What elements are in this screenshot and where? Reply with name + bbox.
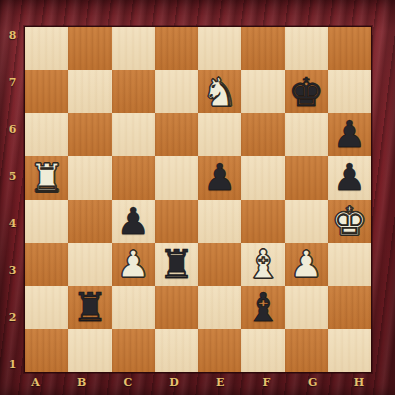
square-d6[interactable]	[155, 113, 198, 156]
square-c6[interactable]	[112, 113, 155, 156]
rank-label-2: 2	[0, 311, 25, 325]
square-e7[interactable]: ♞	[198, 70, 241, 113]
square-f6[interactable]	[241, 113, 284, 156]
square-b5[interactable]	[68, 156, 111, 199]
square-c5[interactable]	[112, 156, 155, 199]
square-h6[interactable]: ♟	[328, 113, 371, 156]
square-h3[interactable]	[328, 243, 371, 286]
rank-label-8: 8	[0, 29, 25, 43]
rank-label-5: 5	[0, 170, 25, 184]
square-e2[interactable]	[198, 286, 241, 329]
square-f2[interactable]: ♝	[241, 286, 284, 329]
square-h8[interactable]	[328, 27, 371, 70]
square-b6[interactable]	[68, 113, 111, 156]
piece-black-rook[interactable]: ♜	[155, 243, 198, 286]
square-c3[interactable]: ♟	[112, 243, 155, 286]
square-f8[interactable]	[241, 27, 284, 70]
chess-board: ♞♚♟♜♟♟♟♚♟♜♝♟♜♝ 87654321 ABCDEFGH	[0, 0, 395, 395]
square-a7[interactable]	[25, 70, 68, 113]
file-label-c: C	[116, 376, 140, 390]
square-g8[interactable]	[285, 27, 328, 70]
square-d8[interactable]	[155, 27, 198, 70]
square-b3[interactable]	[68, 243, 111, 286]
rank-label-1: 1	[0, 358, 25, 372]
square-d5[interactable]	[155, 156, 198, 199]
square-g3[interactable]: ♟	[285, 243, 328, 286]
square-d2[interactable]	[155, 286, 198, 329]
piece-white-bishop[interactable]: ♝	[241, 243, 284, 286]
square-g1[interactable]	[285, 329, 328, 372]
square-b2[interactable]: ♜	[68, 286, 111, 329]
piece-black-pawn[interactable]: ♟	[328, 156, 371, 199]
square-g6[interactable]	[285, 113, 328, 156]
square-c7[interactable]	[112, 70, 155, 113]
file-label-h: H	[347, 376, 371, 390]
file-label-g: G	[301, 376, 325, 390]
square-c4[interactable]: ♟	[112, 200, 155, 243]
square-h4[interactable]: ♚	[328, 200, 371, 243]
square-e5[interactable]: ♟	[198, 156, 241, 199]
file-label-e: E	[208, 376, 232, 390]
square-a1[interactable]	[25, 329, 68, 372]
square-e1[interactable]	[198, 329, 241, 372]
square-d7[interactable]	[155, 70, 198, 113]
square-f7[interactable]	[241, 70, 284, 113]
board-squares: ♞♚♟♜♟♟♟♚♟♜♝♟♜♝	[25, 27, 371, 372]
square-a2[interactable]	[25, 286, 68, 329]
square-c1[interactable]	[112, 329, 155, 372]
square-e3[interactable]	[198, 243, 241, 286]
square-d3[interactable]: ♜	[155, 243, 198, 286]
square-b1[interactable]	[68, 329, 111, 372]
square-f1[interactable]	[241, 329, 284, 372]
rank-label-7: 7	[0, 76, 25, 90]
file-label-b: B	[70, 376, 94, 390]
rank-label-4: 4	[0, 217, 25, 231]
square-g2[interactable]	[285, 286, 328, 329]
piece-white-knight[interactable]: ♞	[198, 70, 241, 113]
square-e6[interactable]	[198, 113, 241, 156]
square-c8[interactable]	[112, 27, 155, 70]
square-e4[interactable]	[198, 200, 241, 243]
square-g5[interactable]	[285, 156, 328, 199]
rank-label-6: 6	[0, 123, 25, 137]
square-d1[interactable]	[155, 329, 198, 372]
square-a3[interactable]	[25, 243, 68, 286]
piece-black-pawn[interactable]: ♟	[328, 113, 371, 156]
square-a8[interactable]	[25, 27, 68, 70]
piece-white-rook[interactable]: ♜	[25, 156, 68, 199]
square-g4[interactable]	[285, 200, 328, 243]
square-g7[interactable]: ♚	[285, 70, 328, 113]
square-c2[interactable]	[112, 286, 155, 329]
square-a4[interactable]	[25, 200, 68, 243]
piece-white-pawn[interactable]: ♟	[285, 243, 328, 286]
piece-white-king[interactable]: ♚	[328, 200, 371, 243]
square-f5[interactable]	[241, 156, 284, 199]
piece-black-rook[interactable]: ♜	[68, 286, 111, 329]
piece-black-pawn[interactable]: ♟	[112, 200, 155, 243]
square-a6[interactable]	[25, 113, 68, 156]
square-b4[interactable]	[68, 200, 111, 243]
square-h7[interactable]	[328, 70, 371, 113]
square-h5[interactable]: ♟	[328, 156, 371, 199]
file-label-d: D	[162, 376, 186, 390]
square-f4[interactable]	[241, 200, 284, 243]
square-h2[interactable]	[328, 286, 371, 329]
piece-black-bishop[interactable]: ♝	[241, 286, 284, 329]
rank-label-3: 3	[0, 264, 25, 278]
square-h1[interactable]	[328, 329, 371, 372]
file-label-a: A	[24, 376, 48, 390]
piece-white-pawn[interactable]: ♟	[112, 243, 155, 286]
square-a5[interactable]: ♜	[25, 156, 68, 199]
file-label-f: F	[255, 376, 279, 390]
square-d4[interactable]	[155, 200, 198, 243]
square-f3[interactable]: ♝	[241, 243, 284, 286]
square-b7[interactable]	[68, 70, 111, 113]
square-b8[interactable]	[68, 27, 111, 70]
square-e8[interactable]	[198, 27, 241, 70]
piece-black-king[interactable]: ♚	[285, 70, 328, 113]
piece-black-pawn[interactable]: ♟	[198, 156, 241, 199]
